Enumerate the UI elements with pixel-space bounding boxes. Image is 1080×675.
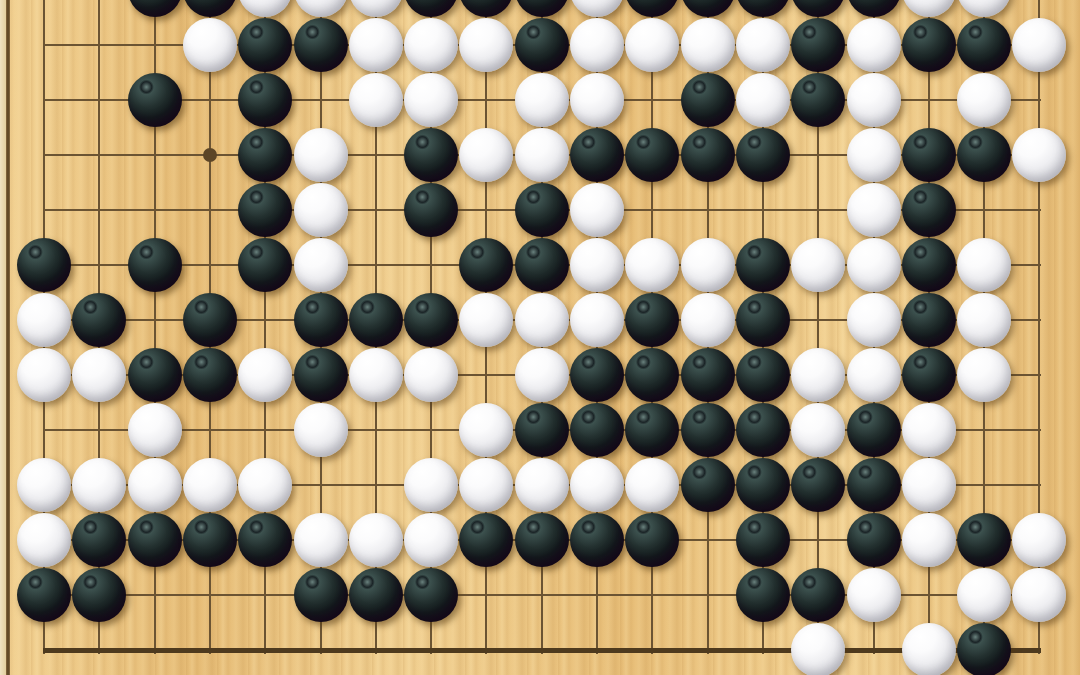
black-stone [681, 403, 735, 457]
white-stone [957, 348, 1011, 402]
white-stone [459, 458, 513, 512]
black-stone [625, 403, 679, 457]
black-stone [902, 348, 956, 402]
white-stone [1012, 18, 1066, 72]
black-stone [570, 128, 624, 182]
white-stone [902, 513, 956, 567]
white-stone [681, 238, 735, 292]
black-stone [349, 568, 403, 622]
white-stone [515, 348, 569, 402]
black-stone [17, 238, 71, 292]
black-stone [736, 128, 790, 182]
white-stone [459, 293, 513, 347]
black-stone [515, 513, 569, 567]
white-stone [72, 458, 126, 512]
black-stone [570, 348, 624, 402]
white-stone [294, 238, 348, 292]
black-stone [404, 293, 458, 347]
black-stone [515, 403, 569, 457]
black-stone [404, 568, 458, 622]
white-stone [791, 623, 845, 675]
black-stone [736, 238, 790, 292]
black-stone [957, 623, 1011, 675]
white-stone [1012, 128, 1066, 182]
white-stone [570, 73, 624, 127]
board-left-rim-edge [6, 0, 10, 675]
black-stone [736, 293, 790, 347]
white-stone [847, 568, 901, 622]
white-stone [847, 18, 901, 72]
white-stone [847, 183, 901, 237]
white-stone [570, 238, 624, 292]
white-stone [349, 73, 403, 127]
white-stone [847, 293, 901, 347]
white-stone [681, 293, 735, 347]
star-point [203, 148, 217, 162]
white-stone [957, 238, 1011, 292]
white-stone [902, 623, 956, 675]
white-stone [515, 128, 569, 182]
black-stone [957, 513, 1011, 567]
white-stone [515, 458, 569, 512]
black-stone [736, 513, 790, 567]
white-stone [681, 18, 735, 72]
black-stone [791, 458, 845, 512]
white-stone [238, 348, 292, 402]
white-stone [515, 293, 569, 347]
white-stone [902, 403, 956, 457]
black-stone [238, 128, 292, 182]
white-stone [625, 18, 679, 72]
white-stone [17, 348, 71, 402]
white-stone [957, 73, 1011, 127]
black-stone [128, 73, 182, 127]
black-stone [515, 18, 569, 72]
white-stone [17, 293, 71, 347]
white-stone [404, 73, 458, 127]
black-stone [847, 513, 901, 567]
white-stone [847, 348, 901, 402]
white-stone [570, 293, 624, 347]
go-board [0, 0, 1080, 675]
white-stone [791, 238, 845, 292]
white-stone [459, 18, 513, 72]
black-stone [736, 403, 790, 457]
white-stone [1012, 568, 1066, 622]
white-stone [736, 73, 790, 127]
white-stone [957, 293, 1011, 347]
black-stone [570, 513, 624, 567]
white-stone [294, 128, 348, 182]
black-stone [238, 18, 292, 72]
white-stone [459, 128, 513, 182]
white-stone [404, 513, 458, 567]
black-stone [791, 18, 845, 72]
white-stone [902, 458, 956, 512]
black-stone [902, 128, 956, 182]
black-stone [902, 238, 956, 292]
black-stone [957, 18, 1011, 72]
white-stone [349, 18, 403, 72]
black-stone [957, 128, 1011, 182]
white-stone [1012, 513, 1066, 567]
black-stone [515, 183, 569, 237]
black-stone [238, 513, 292, 567]
black-stone [902, 183, 956, 237]
black-stone [791, 73, 845, 127]
white-stone [847, 73, 901, 127]
white-stone [183, 18, 237, 72]
white-stone [404, 348, 458, 402]
white-stone [183, 458, 237, 512]
white-stone [957, 568, 1011, 622]
white-stone [349, 348, 403, 402]
black-stone [294, 293, 348, 347]
board-bottom-edge-line [43, 648, 1041, 653]
black-stone [128, 238, 182, 292]
black-stone [294, 348, 348, 402]
white-stone [791, 348, 845, 402]
black-stone [72, 568, 126, 622]
black-stone [570, 403, 624, 457]
black-stone [902, 293, 956, 347]
white-stone [128, 403, 182, 457]
black-stone [459, 513, 513, 567]
black-stone [847, 403, 901, 457]
white-stone [128, 458, 182, 512]
black-stone [625, 513, 679, 567]
white-stone [238, 458, 292, 512]
black-stone [681, 128, 735, 182]
black-stone [128, 348, 182, 402]
black-stone [72, 513, 126, 567]
white-stone [404, 18, 458, 72]
black-stone [404, 128, 458, 182]
white-stone [736, 18, 790, 72]
black-stone [625, 293, 679, 347]
white-stone [294, 183, 348, 237]
white-stone [625, 458, 679, 512]
black-stone [294, 18, 348, 72]
white-stone [72, 348, 126, 402]
black-stone [847, 458, 901, 512]
black-stone [681, 348, 735, 402]
black-stone [902, 18, 956, 72]
white-stone [570, 18, 624, 72]
black-stone [404, 183, 458, 237]
black-stone [515, 238, 569, 292]
white-stone [459, 403, 513, 457]
white-stone [847, 238, 901, 292]
black-stone [238, 238, 292, 292]
white-stone [294, 403, 348, 457]
black-stone [791, 568, 845, 622]
white-stone [294, 513, 348, 567]
black-stone [459, 238, 513, 292]
black-stone [625, 348, 679, 402]
white-stone [404, 458, 458, 512]
white-stone [791, 403, 845, 457]
black-stone [128, 513, 182, 567]
black-stone [736, 348, 790, 402]
black-stone [183, 348, 237, 402]
black-stone [238, 183, 292, 237]
white-stone [570, 458, 624, 512]
black-stone [349, 293, 403, 347]
white-stone [349, 513, 403, 567]
black-stone [183, 293, 237, 347]
black-stone [72, 293, 126, 347]
black-stone [183, 513, 237, 567]
white-stone [515, 73, 569, 127]
black-stone [681, 458, 735, 512]
white-stone [17, 513, 71, 567]
black-stone [625, 128, 679, 182]
black-stone [736, 458, 790, 512]
black-stone [238, 73, 292, 127]
black-stone [294, 568, 348, 622]
white-stone [570, 183, 624, 237]
black-stone [17, 568, 71, 622]
black-stone [681, 73, 735, 127]
white-stone [17, 458, 71, 512]
white-stone [625, 238, 679, 292]
white-stone [847, 128, 901, 182]
black-stone [736, 568, 790, 622]
